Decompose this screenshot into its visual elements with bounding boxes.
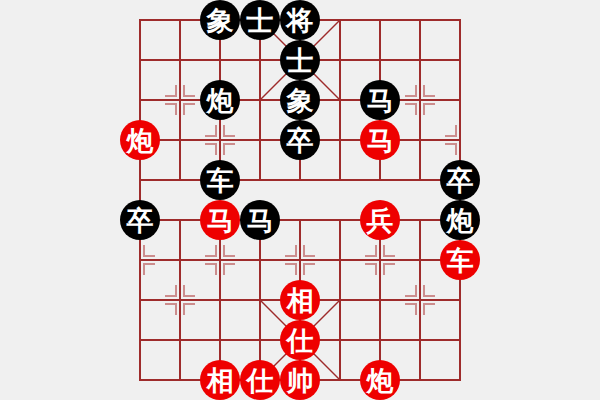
xiangqi-board: 象士将士炮象马炮卒马车卒卒马马兵炮车相仕相仕帅炮: [0, 0, 600, 400]
piece-red-cannon[interactable]: 炮: [120, 120, 160, 160]
piece-black-elephant[interactable]: 象: [200, 0, 240, 40]
piece-red-elephant[interactable]: 相: [200, 360, 240, 400]
piece-red-cannon[interactable]: 炮: [360, 360, 400, 400]
piece-black-elephant[interactable]: 象: [280, 80, 320, 120]
piece-black-cannon[interactable]: 炮: [440, 200, 480, 240]
piece-red-elephant[interactable]: 相: [280, 280, 320, 320]
piece-black-soldier[interactable]: 卒: [120, 200, 160, 240]
piece-black-soldier[interactable]: 卒: [280, 120, 320, 160]
piece-red-general[interactable]: 帅: [280, 360, 320, 400]
piece-red-advisor[interactable]: 仕: [240, 360, 280, 400]
piece-red-chariot[interactable]: 车: [440, 240, 480, 280]
piece-black-chariot[interactable]: 车: [200, 160, 240, 200]
piece-red-horse[interactable]: 马: [360, 120, 400, 160]
piece-black-soldier[interactable]: 卒: [440, 160, 480, 200]
piece-black-general[interactable]: 将: [280, 0, 320, 40]
piece-black-advisor[interactable]: 士: [240, 0, 280, 40]
piece-black-horse[interactable]: 马: [360, 80, 400, 120]
piece-black-horse[interactable]: 马: [240, 200, 280, 240]
piece-red-advisor[interactable]: 仕: [280, 320, 320, 360]
piece-red-soldier[interactable]: 兵: [360, 200, 400, 240]
piece-black-advisor[interactable]: 士: [280, 40, 320, 80]
piece-red-horse[interactable]: 马: [200, 200, 240, 240]
piece-black-cannon[interactable]: 炮: [200, 80, 240, 120]
pieces-layer: 象士将士炮象马炮卒马车卒卒马马兵炮车相仕相仕帅炮: [0, 0, 600, 400]
